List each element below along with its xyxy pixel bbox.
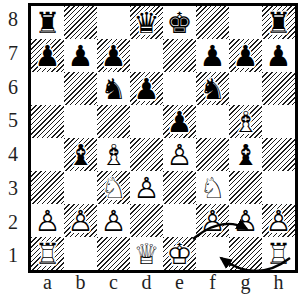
board: ♜♜♛♛♚♚♜♜♟♟♟♟♟♟♟♟♟♟♟♟♞♞♟♟♞♞♟♟♝♗♝♝♝♗♟♙♝♝♞♘… [28,3,298,273]
square-h5[interactable] [262,105,295,138]
square-h7[interactable]: ♟♟ [262,39,295,72]
white-pawn-b2[interactable]: ♟♙ [64,204,97,237]
black-pawn-d6[interactable]: ♟♟ [130,72,163,105]
white-knight-f3[interactable]: ♞♘ [196,171,229,204]
square-h2[interactable]: ♟♙ [262,204,295,237]
black-king-icon: ♚ [163,6,196,39]
rank-labels: 87654321 [0,3,26,273]
white-rook-a1[interactable]: ♜♖ [31,237,64,270]
square-f2[interactable]: ♟♙ [196,204,229,237]
black-rook-h8[interactable]: ♜♜ [262,6,295,39]
file-labels: abcdefgh [31,271,295,294]
square-a5[interactable] [31,105,64,138]
black-pawn-icon: ♟ [64,39,97,72]
square-c6[interactable]: ♞♞ [97,72,130,105]
square-f7[interactable]: ♟♟ [196,39,229,72]
chess-diagram: 87654321 ♜♜♛♛♚♚♜♜♟♟♟♟♟♟♟♟♟♟♟♟♞♞♟♟♞♞♟♟♝♗♝… [0,0,308,294]
square-g4[interactable]: ♝♝ [229,138,262,171]
square-d1[interactable]: ♛♕ [130,237,163,270]
black-pawn-icon: ♟ [130,72,163,105]
square-c5[interactable] [97,105,130,138]
rank-label-6: 6 [0,71,26,105]
white-rook-h1[interactable]: ♜♖ [262,237,295,270]
square-a7[interactable]: ♟♟ [31,39,64,72]
square-e3[interactable] [163,171,196,204]
square-d5[interactable] [130,105,163,138]
square-e5[interactable]: ♟♟ [163,105,196,138]
black-pawn-icon: ♟ [196,39,229,72]
white-king-icon: ♔ [163,237,196,270]
white-queen-icon: ♕ [130,237,163,270]
square-a2[interactable]: ♟♙ [31,204,64,237]
black-bishop-icon: ♝ [64,138,97,171]
white-pawn-icon: ♙ [64,204,97,237]
black-pawn-icon: ♟ [262,39,295,72]
square-h3[interactable] [262,171,295,204]
square-g1[interactable] [229,237,262,270]
black-pawn-c7[interactable]: ♟♟ [97,39,130,72]
rank-label-3: 3 [0,172,26,206]
black-queen-d8[interactable]: ♛♛ [130,6,163,39]
square-g6[interactable] [229,72,262,105]
black-pawn-icon: ♟ [163,105,196,138]
square-h4[interactable] [262,138,295,171]
white-pawn-icon: ♙ [97,204,130,237]
black-knight-icon: ♞ [97,72,130,105]
black-bishop-b4[interactable]: ♝♝ [64,138,97,171]
white-bishop-icon: ♗ [229,105,262,138]
black-queen-icon: ♛ [130,6,163,39]
square-d2[interactable] [130,204,163,237]
black-rook-icon: ♜ [262,6,295,39]
square-b5[interactable] [64,105,97,138]
square-b6[interactable] [64,72,97,105]
white-bishop-g5[interactable]: ♝♗ [229,105,262,138]
white-pawn-icon: ♙ [196,204,229,237]
square-c4[interactable]: ♝♗ [97,138,130,171]
white-knight-icon: ♘ [97,171,130,204]
file-label-f: f [196,271,229,294]
file-label-h: h [262,271,295,294]
white-knight-c3[interactable]: ♞♘ [97,171,130,204]
black-pawn-icon: ♟ [31,39,64,72]
black-pawn-a7[interactable]: ♟♟ [31,39,64,72]
square-c8[interactable] [97,6,130,39]
square-e8[interactable]: ♚♚ [163,6,196,39]
white-pawn-icon: ♙ [262,204,295,237]
white-pawn-icon: ♙ [163,138,196,171]
black-pawn-h7[interactable]: ♟♟ [262,39,295,72]
square-d3[interactable]: ♟♙ [130,171,163,204]
white-pawn-icon: ♙ [130,171,163,204]
square-d8[interactable]: ♛♛ [130,6,163,39]
file-label-b: b [64,271,97,294]
square-h6[interactable] [262,72,295,105]
file-label-g: g [229,271,262,294]
square-f4[interactable] [196,138,229,171]
white-pawn-g2[interactable]: ♟♙ [229,204,262,237]
square-d7[interactable] [130,39,163,72]
square-d4[interactable] [130,138,163,171]
square-f1[interactable] [196,237,229,270]
white-pawn-c2[interactable]: ♟♙ [97,204,130,237]
black-pawn-icon: ♟ [229,39,262,72]
white-king-e1[interactable]: ♚♔ [163,237,196,270]
square-b4[interactable]: ♝♝ [64,138,97,171]
square-a3[interactable] [31,171,64,204]
square-b1[interactable] [64,237,97,270]
black-rook-a8[interactable]: ♜♜ [31,6,64,39]
square-g8[interactable] [229,6,262,39]
square-f5[interactable] [196,105,229,138]
square-a8[interactable]: ♜♜ [31,6,64,39]
file-label-d: d [130,271,163,294]
white-pawn-icon: ♙ [229,204,262,237]
square-c1[interactable] [97,237,130,270]
white-bishop-icon: ♗ [97,138,130,171]
black-knight-f6[interactable]: ♞♞ [196,72,229,105]
black-pawn-f7[interactable]: ♟♟ [196,39,229,72]
square-b8[interactable] [64,6,97,39]
rank-label-7: 7 [0,37,26,71]
square-h8[interactable]: ♜♜ [262,6,295,39]
black-pawn-e5[interactable]: ♟♟ [163,105,196,138]
square-c7[interactable]: ♟♟ [97,39,130,72]
black-pawn-g7[interactable]: ♟♟ [229,39,262,72]
rank-label-5: 5 [0,104,26,138]
black-knight-c6[interactable]: ♞♞ [97,72,130,105]
file-label-c: c [97,271,130,294]
white-rook-icon: ♖ [31,237,64,270]
rank-label-8: 8 [0,3,26,37]
square-e2[interactable] [163,204,196,237]
square-h1[interactable]: ♜♖ [262,237,295,270]
white-bishop-c4[interactable]: ♝♗ [97,138,130,171]
white-pawn-d3[interactable]: ♟♙ [130,171,163,204]
square-a1[interactable]: ♜♖ [31,237,64,270]
white-pawn-e4[interactable]: ♟♙ [163,138,196,171]
square-f8[interactable] [196,6,229,39]
square-b3[interactable] [64,171,97,204]
black-pawn-b7[interactable]: ♟♟ [64,39,97,72]
black-knight-icon: ♞ [196,72,229,105]
square-g5[interactable]: ♝♗ [229,105,262,138]
square-g3[interactable] [229,171,262,204]
square-c2[interactable]: ♟♙ [97,204,130,237]
white-pawn-icon: ♙ [31,204,64,237]
rank-label-2: 2 [0,206,26,240]
square-a4[interactable] [31,138,64,171]
square-d6[interactable]: ♟♟ [130,72,163,105]
file-label-a: a [31,271,64,294]
black-pawn-icon: ♟ [97,39,130,72]
square-f3[interactable]: ♞♘ [196,171,229,204]
white-knight-icon: ♘ [196,171,229,204]
white-queen-d1[interactable]: ♛♕ [130,237,163,270]
square-e1[interactable]: ♚♔ [163,237,196,270]
square-e4[interactable]: ♟♙ [163,138,196,171]
square-g7[interactable]: ♟♟ [229,39,262,72]
square-e6[interactable] [163,72,196,105]
file-label-e: e [163,271,196,294]
black-bishop-g4[interactable]: ♝♝ [229,138,262,171]
square-g2[interactable]: ♟♙ [229,204,262,237]
white-pawn-h2[interactable]: ♟♙ [262,204,295,237]
square-e7[interactable] [163,39,196,72]
white-pawn-a2[interactable]: ♟♙ [31,204,64,237]
black-rook-icon: ♜ [31,6,64,39]
white-pawn-f2[interactable]: ♟♙ [196,204,229,237]
square-a6[interactable] [31,72,64,105]
black-bishop-icon: ♝ [229,138,262,171]
black-king-e8[interactable]: ♚♚ [163,6,196,39]
rank-label-1: 1 [0,239,26,273]
rank-label-4: 4 [0,138,26,172]
white-rook-icon: ♖ [262,237,295,270]
square-b2[interactable]: ♟♙ [64,204,97,237]
square-f6[interactable]: ♞♞ [196,72,229,105]
square-c3[interactable]: ♞♘ [97,171,130,204]
square-b7[interactable]: ♟♟ [64,39,97,72]
